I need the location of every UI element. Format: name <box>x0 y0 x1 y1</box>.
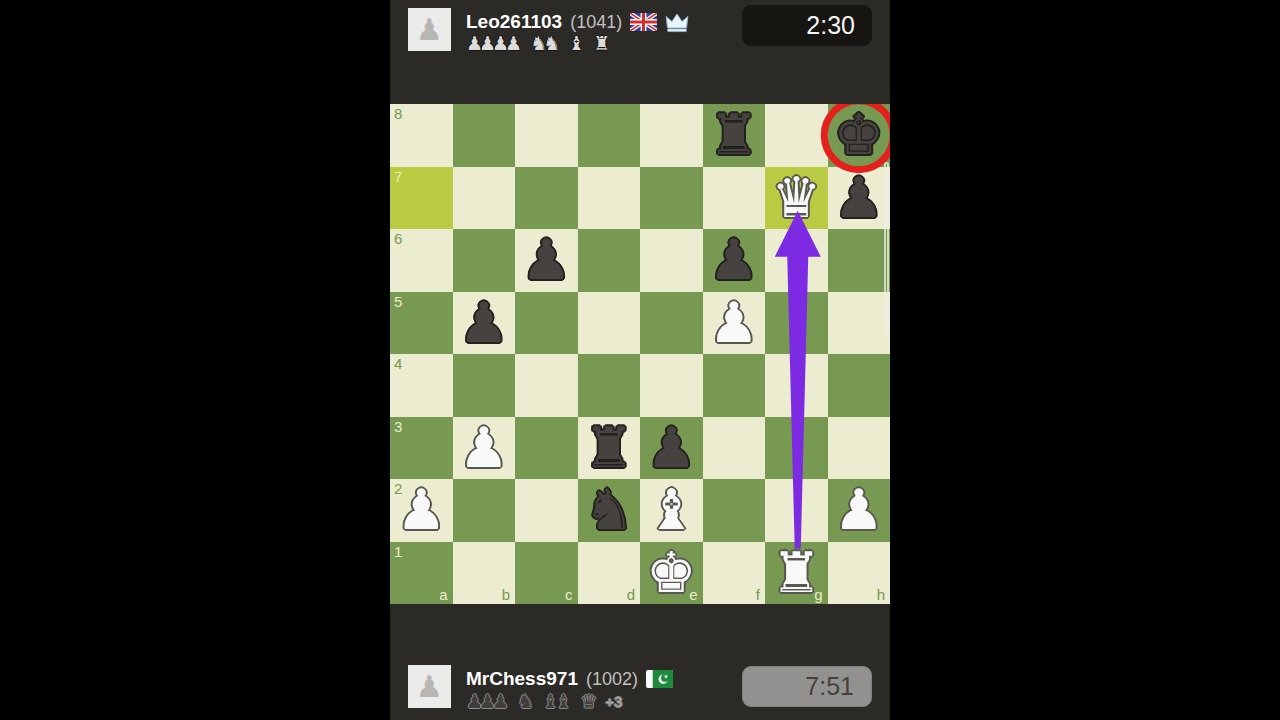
square-b5[interactable]: ♟ <box>453 292 516 355</box>
square-c3[interactable] <box>515 417 578 480</box>
piece-black-pawn[interactable]: ♟ <box>515 229 578 292</box>
square-c2[interactable] <box>515 479 578 542</box>
square-b3[interactable]: ♟ <box>453 417 516 480</box>
bottom-player-name-row[interactable]: MrChess971 (1002) <box>466 666 673 692</box>
bottom-player-username: MrChess971 <box>466 668 578 690</box>
piece-white-bishop[interactable]: ♝ <box>640 479 703 542</box>
rank-label-6: 6 <box>394 231 402 246</box>
square-a8[interactable]: 8 <box>390 104 453 167</box>
rank-label-1: 1 <box>394 544 402 559</box>
captured-bishops: ♝♝ <box>542 691 572 711</box>
piece-white-pawn[interactable]: ♟ <box>453 417 516 480</box>
rank-label-7: 7 <box>394 169 402 184</box>
square-g4[interactable] <box>765 354 828 417</box>
square-f6[interactable]: ♟ <box>703 229 766 292</box>
square-f1[interactable]: f <box>703 542 766 605</box>
square-b7[interactable] <box>453 167 516 230</box>
square-a3[interactable]: 3 <box>390 417 453 480</box>
square-c8[interactable] <box>515 104 578 167</box>
square-f5[interactable]: ♟ <box>703 292 766 355</box>
file-label-f: f <box>756 587 760 602</box>
square-a1[interactable]: 1a <box>390 542 453 605</box>
square-e5[interactable] <box>640 292 703 355</box>
file-label-c: c <box>565 587 573 602</box>
file-label-d: d <box>627 587 635 602</box>
square-f8[interactable]: ♜ <box>703 104 766 167</box>
rank-label-8: 8 <box>394 106 402 121</box>
square-b1[interactable]: b <box>453 542 516 605</box>
top-player-captured-pieces: ♟♟♟♟♞♞♝♜ <box>466 33 610 53</box>
square-h8[interactable]: ♚ <box>828 104 891 167</box>
square-d1[interactable]: d <box>578 542 641 605</box>
square-g8[interactable] <box>765 104 828 167</box>
piece-black-pawn[interactable]: ♟ <box>453 292 516 355</box>
letterbox-left <box>0 0 390 720</box>
square-a5[interactable]: 5 <box>390 292 453 355</box>
square-d7[interactable] <box>578 167 641 230</box>
top-player-clock: 2:30 <box>742 5 872 46</box>
bottom-player-rating: (1002) <box>586 669 638 690</box>
piece-white-queen[interactable]: ♛ <box>765 167 828 230</box>
square-e6[interactable] <box>640 229 703 292</box>
file-label-a: a <box>439 587 447 602</box>
square-d2[interactable]: ♞ <box>578 479 641 542</box>
square-c5[interactable] <box>515 292 578 355</box>
square-h7[interactable]: ♟ <box>828 167 891 230</box>
square-a6[interactable]: 6 <box>390 229 453 292</box>
captured-bishop: ♝ <box>568 33 585 53</box>
letterbox-right <box>890 0 1280 720</box>
captured-queen: ♛ <box>580 691 597 711</box>
piece-white-pawn[interactable]: ♟ <box>390 479 453 542</box>
captured-pawns: ♟♟♟ <box>466 691 509 711</box>
square-h1[interactable]: h <box>828 542 891 605</box>
square-a4[interactable]: 4 <box>390 354 453 417</box>
square-h4[interactable] <box>828 354 891 417</box>
square-f3[interactable] <box>703 417 766 480</box>
square-g6[interactable] <box>765 229 828 292</box>
square-d6[interactable] <box>578 229 641 292</box>
premium-crown-icon <box>665 12 689 33</box>
square-g3[interactable] <box>765 417 828 480</box>
square-g2[interactable] <box>765 479 828 542</box>
board: 8♜♚7♛♟6♟♟5♟♟43♟♜♟2♟♞♝♟1abcde♚fg♜h <box>390 104 890 604</box>
square-e2[interactable]: ♝ <box>640 479 703 542</box>
rank-label-4: 4 <box>394 356 402 371</box>
piece-black-pawn[interactable]: ♟ <box>703 229 766 292</box>
file-label-h: h <box>877 587 885 602</box>
rank-label-5: 5 <box>394 294 402 309</box>
top-player-avatar[interactable]: ♟ <box>408 8 451 51</box>
material-advantage: +3 <box>605 692 622 711</box>
square-d8[interactable] <box>578 104 641 167</box>
square-a2[interactable]: 2♟ <box>390 479 453 542</box>
avatar-pawn-icon: ♟ <box>416 672 443 702</box>
square-d4[interactable] <box>578 354 641 417</box>
piece-black-pawn[interactable]: ♟ <box>828 167 891 230</box>
square-c7[interactable] <box>515 167 578 230</box>
board-grid: 8♜♚7♛♟6♟♟5♟♟43♟♜♟2♟♞♝♟1abcde♚fg♜h <box>390 104 890 604</box>
square-h6[interactable] <box>828 229 891 292</box>
bottom-player-clock: 7:51 <box>742 666 872 707</box>
square-b6[interactable] <box>453 229 516 292</box>
square-g7[interactable]: ♛ <box>765 167 828 230</box>
top-clock-time: 2:30 <box>806 11 855 40</box>
square-f2[interactable] <box>703 479 766 542</box>
chess-app: ♟ Leo261103 (1041) <box>390 0 890 720</box>
square-h5[interactable] <box>828 292 891 355</box>
piece-white-pawn[interactable]: ♟ <box>828 479 891 542</box>
square-e8[interactable] <box>640 104 703 167</box>
top-player-rating: (1041) <box>570 12 622 33</box>
square-e3[interactable]: ♟ <box>640 417 703 480</box>
square-f4[interactable] <box>703 354 766 417</box>
captured-pawns: ♟♟♟♟ <box>466 33 522 53</box>
uk-flag-icon <box>630 13 657 31</box>
piece-black-knight[interactable]: ♞ <box>578 479 641 542</box>
piece-white-pawn[interactable]: ♟ <box>703 292 766 355</box>
captured-knight: ♞ <box>517 691 534 711</box>
top-player-username: Leo261103 <box>466 11 562 33</box>
square-g1[interactable]: g♜ <box>765 542 828 605</box>
square-c4[interactable] <box>515 354 578 417</box>
square-b2[interactable] <box>453 479 516 542</box>
square-e4[interactable] <box>640 354 703 417</box>
captured-knights: ♞♞ <box>530 33 560 53</box>
square-d3[interactable]: ♜ <box>578 417 641 480</box>
square-d5[interactable] <box>578 292 641 355</box>
square-h2[interactable]: ♟ <box>828 479 891 542</box>
square-h3[interactable] <box>828 417 891 480</box>
scrollbar-thumb[interactable] <box>884 162 889 334</box>
screen: ♟ Leo261103 (1041) <box>0 0 1280 720</box>
square-e7[interactable] <box>640 167 703 230</box>
square-b8[interactable] <box>453 104 516 167</box>
piece-black-rook[interactable]: ♜ <box>578 417 641 480</box>
piece-black-pawn[interactable]: ♟ <box>640 417 703 480</box>
square-g5[interactable] <box>765 292 828 355</box>
square-e1[interactable]: e♚ <box>640 542 703 605</box>
bottom-clock-time: 7:51 <box>805 672 854 701</box>
piece-black-rook[interactable]: ♜ <box>703 104 766 167</box>
square-c1[interactable]: c <box>515 542 578 605</box>
rank-label-3: 3 <box>394 419 402 434</box>
captured-rook: ♜ <box>593 33 610 53</box>
pakistan-flag-icon <box>646 670 673 688</box>
bottom-player-avatar[interactable]: ♟ <box>408 665 451 708</box>
avatar-pawn-icon: ♟ <box>416 15 443 45</box>
square-f7[interactable] <box>703 167 766 230</box>
square-c6[interactable]: ♟ <box>515 229 578 292</box>
piece-black-king[interactable]: ♚ <box>828 104 891 167</box>
square-b4[interactable] <box>453 354 516 417</box>
bottom-player-captured-pieces: ♟♟♟♞♝♝♛+3 <box>466 691 622 711</box>
file-label-b: b <box>502 587 510 602</box>
piece-white-king[interactable]: ♚ <box>640 542 703 605</box>
square-a7[interactable]: 7 <box>390 167 453 230</box>
piece-white-rook[interactable]: ♜ <box>765 542 828 605</box>
